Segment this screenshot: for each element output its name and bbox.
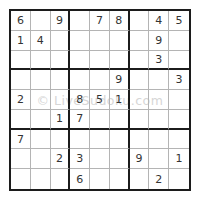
cell-r5c1[interactable]: 2 (11, 90, 31, 110)
cell-r7c9[interactable] (169, 130, 189, 150)
cell-r6c5[interactable] (90, 110, 110, 130)
cell-r3c9[interactable] (169, 51, 189, 71)
cell-r9c8[interactable]: 2 (149, 169, 169, 189)
cell-r4c8[interactable] (149, 70, 169, 90)
cell-r4c5[interactable] (90, 70, 110, 90)
cell-r1c5[interactable]: 7 (90, 11, 110, 31)
cell-r3c1[interactable] (11, 51, 31, 71)
cell-r5c6[interactable]: 1 (110, 90, 130, 110)
cell-r1c2[interactable] (31, 11, 51, 31)
cell-r4c4[interactable] (70, 70, 90, 90)
cell-r5c4[interactable]: 8 (70, 90, 90, 110)
cell-r9c1[interactable] (11, 169, 31, 189)
cell-r3c6[interactable] (110, 51, 130, 71)
cell-r5c9[interactable] (169, 90, 189, 110)
cell-r6c2[interactable] (31, 110, 51, 130)
cell-r3c8[interactable]: 3 (149, 51, 169, 71)
cell-r6c4[interactable]: 7 (70, 110, 90, 130)
cell-r2c9[interactable] (169, 31, 189, 51)
cell-r1c4[interactable] (70, 11, 90, 31)
cell-r5c5[interactable]: 5 (90, 90, 110, 110)
cell-r9c5[interactable] (90, 169, 110, 189)
cell-r7c7[interactable] (130, 130, 150, 150)
cell-r2c1[interactable]: 1 (11, 31, 31, 51)
cell-r7c2[interactable] (31, 130, 51, 150)
cell-r4c3[interactable] (51, 70, 71, 90)
cell-r6c1[interactable] (11, 110, 31, 130)
cell-r7c8[interactable] (149, 130, 169, 150)
cell-r8c2[interactable] (31, 149, 51, 169)
cell-r3c3[interactable] (51, 51, 71, 71)
cell-r3c5[interactable] (90, 51, 110, 71)
cell-r1c3[interactable]: 9 (51, 11, 71, 31)
cell-r7c3[interactable] (51, 130, 71, 150)
cell-r4c2[interactable] (31, 70, 51, 90)
cell-r9c6[interactable] (110, 169, 130, 189)
cell-r7c6[interactable] (110, 130, 130, 150)
cell-r3c4[interactable] (70, 51, 90, 71)
cell-r1c9[interactable]: 5 (169, 11, 189, 31)
cell-r3c7[interactable] (130, 51, 150, 71)
cell-r1c8[interactable]: 4 (149, 11, 169, 31)
cell-r9c3[interactable] (51, 169, 71, 189)
cell-r7c5[interactable] (90, 130, 110, 150)
sudoku-board: 6978451493932851177239162 (9, 9, 191, 191)
cell-r3c2[interactable] (31, 51, 51, 71)
cell-r6c8[interactable] (149, 110, 169, 130)
cell-r7c4[interactable] (70, 130, 90, 150)
cell-r9c9[interactable] (169, 169, 189, 189)
cell-r2c7[interactable] (130, 31, 150, 51)
cell-r8c3[interactable]: 2 (51, 149, 71, 169)
cell-r2c6[interactable] (110, 31, 130, 51)
cell-r6c6[interactable] (110, 110, 130, 130)
cell-r4c7[interactable] (130, 70, 150, 90)
cell-r1c7[interactable] (130, 11, 150, 31)
cell-r5c8[interactable] (149, 90, 169, 110)
cell-r5c2[interactable] (31, 90, 51, 110)
cell-r4c9[interactable]: 3 (169, 70, 189, 90)
cell-r2c8[interactable]: 9 (149, 31, 169, 51)
cell-r4c6[interactable]: 9 (110, 70, 130, 90)
cell-r9c2[interactable] (31, 169, 51, 189)
cell-r2c2[interactable]: 4 (31, 31, 51, 51)
cell-r6c7[interactable] (130, 110, 150, 130)
cell-r4c1[interactable] (11, 70, 31, 90)
cell-r8c1[interactable] (11, 149, 31, 169)
cell-r6c9[interactable] (169, 110, 189, 130)
cell-r8c5[interactable] (90, 149, 110, 169)
cell-r6c3[interactable]: 1 (51, 110, 71, 130)
cell-r8c6[interactable] (110, 149, 130, 169)
cell-r5c3[interactable] (51, 90, 71, 110)
cell-r8c7[interactable]: 9 (130, 149, 150, 169)
sudoku-page: © LiveSudoku.com 69784514939328511772391… (0, 0, 200, 200)
cell-r5c7[interactable] (130, 90, 150, 110)
cell-r8c4[interactable]: 3 (70, 149, 90, 169)
cell-r2c3[interactable] (51, 31, 71, 51)
cell-r2c4[interactable] (70, 31, 90, 51)
cell-r2c5[interactable] (90, 31, 110, 51)
cell-r1c1[interactable]: 6 (11, 11, 31, 31)
cell-r1c6[interactable]: 8 (110, 11, 130, 31)
cell-r7c1[interactable]: 7 (11, 130, 31, 150)
cell-r9c7[interactable] (130, 169, 150, 189)
cell-r8c8[interactable] (149, 149, 169, 169)
cell-r8c9[interactable]: 1 (169, 149, 189, 169)
cell-r9c4[interactable]: 6 (70, 169, 90, 189)
